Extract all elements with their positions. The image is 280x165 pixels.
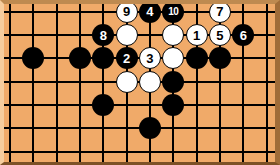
stone-black bbox=[209, 47, 231, 69]
go-board-diagram: 94107815623 bbox=[0, 0, 280, 165]
grid-line-horizontal bbox=[4, 104, 275, 106]
stone-black bbox=[22, 47, 44, 69]
stone-move-4: 4 bbox=[139, 1, 161, 23]
move-number-label: 1 bbox=[193, 28, 200, 41]
stone-white bbox=[162, 24, 184, 46]
stone-black bbox=[186, 47, 208, 69]
stone-move-3: 3 bbox=[139, 47, 161, 69]
stone-move-1: 1 bbox=[186, 24, 208, 46]
move-number-label: 8 bbox=[100, 28, 107, 41]
stone-black bbox=[69, 47, 91, 69]
stone-white bbox=[162, 47, 184, 69]
stone-black bbox=[162, 71, 184, 93]
stone-white bbox=[116, 24, 138, 46]
grid-line-vertical bbox=[79, 4, 81, 162]
stone-move-10: 10 bbox=[162, 1, 184, 23]
stone-move-9: 9 bbox=[116, 1, 138, 23]
stone-black bbox=[92, 94, 114, 116]
stone-move-5: 5 bbox=[209, 24, 231, 46]
grid-line-horizontal bbox=[4, 151, 275, 153]
stone-move-8: 8 bbox=[92, 24, 114, 46]
stone-move-7: 7 bbox=[209, 1, 231, 23]
move-number-label: 5 bbox=[216, 28, 223, 41]
stone-move-2: 2 bbox=[116, 47, 138, 69]
move-number-label: 2 bbox=[123, 51, 130, 64]
move-number-label: 4 bbox=[146, 5, 153, 18]
stone-black bbox=[162, 94, 184, 116]
stone-white bbox=[116, 71, 138, 93]
grid-line-vertical bbox=[32, 4, 34, 162]
grid-line-vertical bbox=[9, 4, 11, 162]
move-number-label: 6 bbox=[240, 28, 247, 41]
stone-black bbox=[92, 47, 114, 69]
stone-black bbox=[139, 117, 161, 139]
move-number-label: 10 bbox=[168, 6, 178, 16]
grid-line-vertical bbox=[56, 4, 58, 162]
move-number-label: 3 bbox=[146, 51, 153, 64]
stone-white bbox=[139, 71, 161, 93]
stone-move-6: 6 bbox=[232, 24, 254, 46]
grid-line-vertical bbox=[266, 4, 268, 162]
move-number-label: 7 bbox=[216, 5, 223, 18]
move-number-label: 9 bbox=[123, 5, 130, 18]
